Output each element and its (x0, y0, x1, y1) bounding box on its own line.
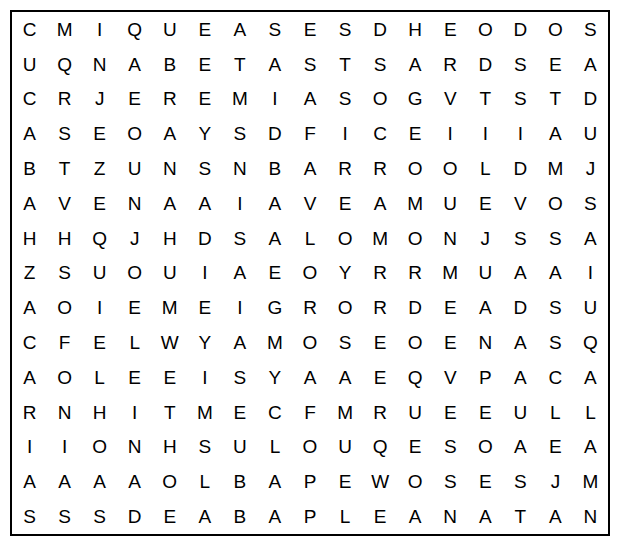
letter-cell-r15c17[interactable]: N (573, 499, 608, 534)
letter-cell-r11c17[interactable]: A (573, 360, 608, 395)
letter-cell-r15c2[interactable]: S (47, 499, 82, 534)
letter-cell-r10c12[interactable]: O (398, 325, 433, 360)
letter-cell-r12c10[interactable]: M (328, 395, 363, 430)
letter-cell-r11c16[interactable]: C (538, 360, 573, 395)
letter-cell-r1c13[interactable]: E (433, 12, 468, 47)
letter-cell-r3c1[interactable]: C (12, 82, 47, 117)
letter-cell-r9c6[interactable]: E (187, 290, 222, 325)
letter-cell-r2c17[interactable]: A (573, 47, 608, 82)
letter-cell-r5c2[interactable]: T (47, 151, 82, 186)
letter-cell-r15c13[interactable]: N (433, 499, 468, 534)
letter-cell-r8c9[interactable]: O (292, 256, 327, 291)
letter-cell-r7c12[interactable]: O (398, 221, 433, 256)
letter-cell-r8c6[interactable]: I (187, 256, 222, 291)
letter-cell-r11c2[interactable]: O (47, 360, 82, 395)
letter-cell-r5c5[interactable]: N (152, 151, 187, 186)
letter-cell-r14c16[interactable]: J (538, 464, 573, 499)
letter-cell-r10c4[interactable]: L (117, 325, 152, 360)
letter-cell-r11c15[interactable]: A (503, 360, 538, 395)
letter-cell-r9c2[interactable]: O (47, 290, 82, 325)
letter-cell-r11c13[interactable]: V (433, 360, 468, 395)
letter-cell-r8c5[interactable]: U (152, 256, 187, 291)
letter-cell-r1c2[interactable]: M (47, 12, 82, 47)
letter-cell-r4c8[interactable]: D (257, 116, 292, 151)
letter-cell-r2c12[interactable]: A (398, 47, 433, 82)
letter-cell-r11c7[interactable]: S (222, 360, 257, 395)
letter-cell-r12c9[interactable]: F (292, 395, 327, 430)
letter-cell-r13c1[interactable]: I (12, 430, 47, 465)
letter-cell-r7c2[interactable]: H (47, 221, 82, 256)
letter-cell-r4c17[interactable]: U (573, 116, 608, 151)
letter-cell-r12c17[interactable]: L (573, 395, 608, 430)
letter-cell-r7c1[interactable]: H (12, 221, 47, 256)
letter-cell-r4c7[interactable]: S (222, 116, 257, 151)
letter-cell-r14c8[interactable]: A (257, 464, 292, 499)
letter-cell-r8c10[interactable]: Y (328, 256, 363, 291)
letter-cell-r11c8[interactable]: Y (257, 360, 292, 395)
letter-cell-r4c10[interactable]: I (328, 116, 363, 151)
letter-cell-r2c15[interactable]: S (503, 47, 538, 82)
letter-cell-r10c6[interactable]: Y (187, 325, 222, 360)
letter-cell-r12c11[interactable]: R (363, 395, 398, 430)
letter-cell-r1c4[interactable]: Q (117, 12, 152, 47)
letter-cell-r8c2[interactable]: S (47, 256, 82, 291)
letter-cell-r6c13[interactable]: U (433, 186, 468, 221)
letter-cell-r12c6[interactable]: M (187, 395, 222, 430)
letter-cell-r5c6[interactable]: S (187, 151, 222, 186)
letter-cell-r10c8[interactable]: M (257, 325, 292, 360)
letter-cell-r12c5[interactable]: T (152, 395, 187, 430)
letter-cell-r13c6[interactable]: S (187, 430, 222, 465)
letter-cell-r14c10[interactable]: E (328, 464, 363, 499)
letter-cell-r9c9[interactable]: R (292, 290, 327, 325)
letter-cell-r10c1[interactable]: C (12, 325, 47, 360)
letter-cell-r3c9[interactable]: A (292, 82, 327, 117)
letter-cell-r5c15[interactable]: D (503, 151, 538, 186)
letter-cell-r13c4[interactable]: N (117, 430, 152, 465)
letter-cell-r9c12[interactable]: D (398, 290, 433, 325)
letter-cell-r15c6[interactable]: A (187, 499, 222, 534)
letter-cell-r1c14[interactable]: O (468, 12, 503, 47)
letter-cell-r3c16[interactable]: T (538, 82, 573, 117)
letter-cell-r1c9[interactable]: E (292, 12, 327, 47)
letter-cell-r5c14[interactable]: L (468, 151, 503, 186)
letter-cell-r7c14[interactable]: J (468, 221, 503, 256)
letter-cell-r11c1[interactable]: A (12, 360, 47, 395)
word-search-board: CMIQUEASESDHEODOSUQNABETASTSARDSEACRJERE… (10, 10, 610, 536)
letter-cell-r6c12[interactable]: M (398, 186, 433, 221)
letter-cell-r8c4[interactable]: O (117, 256, 152, 291)
letter-cell-r12c15[interactable]: U (503, 395, 538, 430)
letter-cell-r14c14[interactable]: E (468, 464, 503, 499)
letter-cell-r1c16[interactable]: O (538, 12, 573, 47)
letter-cell-r12c7[interactable]: E (222, 395, 257, 430)
letter-cell-r2c11[interactable]: S (363, 47, 398, 82)
letter-cell-r1c10[interactable]: S (328, 12, 363, 47)
letter-cell-r6c11[interactable]: A (363, 186, 398, 221)
letter-cell-r1c7[interactable]: A (222, 12, 257, 47)
letter-cell-r9c8[interactable]: G (257, 290, 292, 325)
letter-cell-r15c14[interactable]: A (468, 499, 503, 534)
letter-cell-r5c17[interactable]: J (573, 151, 608, 186)
letter-cell-r11c12[interactable]: Q (398, 360, 433, 395)
letter-cell-r10c13[interactable]: E (433, 325, 468, 360)
letter-cell-r14c1[interactable]: A (12, 464, 47, 499)
letter-cell-r15c4[interactable]: D (117, 499, 152, 534)
letter-cell-r12c14[interactable]: E (468, 395, 503, 430)
letter-cell-r5c10[interactable]: R (328, 151, 363, 186)
letter-cell-r6c5[interactable]: A (152, 186, 187, 221)
letter-cell-r7c5[interactable]: H (152, 221, 187, 256)
letter-cell-r12c3[interactable]: H (82, 395, 117, 430)
letter-cell-r11c11[interactable]: E (363, 360, 398, 395)
letter-cell-r2c3[interactable]: N (82, 47, 117, 82)
letter-cell-r2c2[interactable]: Q (47, 47, 82, 82)
letter-cell-r3c2[interactable]: R (47, 82, 82, 117)
letter-cell-r14c13[interactable]: S (433, 464, 468, 499)
letter-cell-r8c13[interactable]: M (433, 256, 468, 291)
letter-cell-r11c9[interactable]: A (292, 360, 327, 395)
letter-cell-r11c4[interactable]: E (117, 360, 152, 395)
letter-cell-r4c5[interactable]: A (152, 116, 187, 151)
letter-cell-r9c15[interactable]: D (503, 290, 538, 325)
letter-cell-r9c11[interactable]: R (363, 290, 398, 325)
letter-cell-r12c2[interactable]: N (47, 395, 82, 430)
letter-cell-r7c8[interactable]: A (257, 221, 292, 256)
word-search-page: CMIQUEASESDHEODOSUQNABETASTSARDSEACRJERE… (0, 0, 620, 546)
letter-cell-r9c7[interactable]: I (222, 290, 257, 325)
letter-cell-r10c15[interactable]: A (503, 325, 538, 360)
letter-cell-r1c15[interactable]: D (503, 12, 538, 47)
letter-cell-r14c17[interactable]: M (573, 464, 608, 499)
letter-cell-r1c17[interactable]: S (573, 12, 608, 47)
letter-cell-r13c3[interactable]: O (82, 430, 117, 465)
letter-cell-r14c3[interactable]: A (82, 464, 117, 499)
letter-cell-r1c8[interactable]: S (257, 12, 292, 47)
letter-cell-r9c10[interactable]: O (328, 290, 363, 325)
letter-cell-r3c3[interactable]: J (82, 82, 117, 117)
letter-cell-r2c10[interactable]: T (328, 47, 363, 82)
letter-cell-r10c10[interactable]: S (328, 325, 363, 360)
letter-cell-r2c1[interactable]: U (12, 47, 47, 82)
letter-cell-r10c5[interactable]: W (152, 325, 187, 360)
letter-cell-r14c6[interactable]: L (187, 464, 222, 499)
letter-cell-r5c16[interactable]: M (538, 151, 573, 186)
letter-cell-r6c15[interactable]: V (503, 186, 538, 221)
letter-cell-r8c14[interactable]: U (468, 256, 503, 291)
letter-cell-r7c13[interactable]: N (433, 221, 468, 256)
letter-cell-r7c4[interactable]: J (117, 221, 152, 256)
letter-cell-r8c3[interactable]: U (82, 256, 117, 291)
letter-cell-r6c7[interactable]: I (222, 186, 257, 221)
letter-cell-r4c12[interactable]: E (398, 116, 433, 151)
letter-cell-r5c4[interactable]: U (117, 151, 152, 186)
letter-cell-r7c9[interactable]: L (292, 221, 327, 256)
letter-cell-r8c12[interactable]: R (398, 256, 433, 291)
letter-cell-r6c4[interactable]: N (117, 186, 152, 221)
letter-cell-r13c5[interactable]: H (152, 430, 187, 465)
letter-cell-r14c5[interactable]: O (152, 464, 187, 499)
letter-cell-r2c4[interactable]: A (117, 47, 152, 82)
letter-cell-r10c2[interactable]: F (47, 325, 82, 360)
letter-cell-r4c13[interactable]: I (433, 116, 468, 151)
letter-cell-r8c7[interactable]: A (222, 256, 257, 291)
letter-cell-r4c2[interactable]: S (47, 116, 82, 151)
letter-cell-r4c11[interactable]: C (363, 116, 398, 151)
letter-cell-r13c15[interactable]: A (503, 430, 538, 465)
letter-cell-r3c14[interactable]: T (468, 82, 503, 117)
letter-cell-r2c13[interactable]: R (433, 47, 468, 82)
letter-cell-r9c4[interactable]: E (117, 290, 152, 325)
letter-cell-r11c10[interactable]: A (328, 360, 363, 395)
letter-cell-r2c9[interactable]: S (292, 47, 327, 82)
letter-cell-r6c16[interactable]: O (538, 186, 573, 221)
letter-cell-r12c16[interactable]: L (538, 395, 573, 430)
letter-cell-r15c12[interactable]: A (398, 499, 433, 534)
letter-cell-r14c12[interactable]: O (398, 464, 433, 499)
letter-cell-r1c5[interactable]: U (152, 12, 187, 47)
letter-cell-r5c12[interactable]: O (398, 151, 433, 186)
letter-cell-r15c7[interactable]: B (222, 499, 257, 534)
letter-cell-r4c9[interactable]: F (292, 116, 327, 151)
letter-cell-r3c6[interactable]: E (187, 82, 222, 117)
letter-cell-r7c15[interactable]: S (503, 221, 538, 256)
letter-cell-r9c3[interactable]: I (82, 290, 117, 325)
letter-cell-r11c14[interactable]: P (468, 360, 503, 395)
letter-cell-r10c3[interactable]: E (82, 325, 117, 360)
letter-cell-r14c4[interactable]: A (117, 464, 152, 499)
letter-cell-r4c16[interactable]: A (538, 116, 573, 151)
letter-cell-r6c1[interactable]: A (12, 186, 47, 221)
letter-cell-r3c11[interactable]: O (363, 82, 398, 117)
letter-cell-r1c1[interactable]: C (12, 12, 47, 47)
letter-cell-r13c9[interactable]: O (292, 430, 327, 465)
letter-cell-r6c2[interactable]: V (47, 186, 82, 221)
letter-cell-r7c10[interactable]: O (328, 221, 363, 256)
letter-cell-r10c14[interactable]: N (468, 325, 503, 360)
letter-cell-r8c15[interactable]: A (503, 256, 538, 291)
letter-cell-r15c10[interactable]: L (328, 499, 363, 534)
letter-cell-r6c8[interactable]: A (257, 186, 292, 221)
letter-cell-r15c9[interactable]: P (292, 499, 327, 534)
letter-cell-r11c5[interactable]: E (152, 360, 187, 395)
letter-cell-r6c14[interactable]: E (468, 186, 503, 221)
letter-cell-r3c7[interactable]: M (222, 82, 257, 117)
letter-cell-r4c15[interactable]: I (503, 116, 538, 151)
letter-cell-r1c12[interactable]: H (398, 12, 433, 47)
letter-cell-r3c8[interactable]: I (257, 82, 292, 117)
letter-cell-r10c17[interactable]: Q (573, 325, 608, 360)
letter-cell-r5c3[interactable]: Z (82, 151, 117, 186)
letter-cell-r7c3[interactable]: Q (82, 221, 117, 256)
letter-cell-r15c15[interactable]: T (503, 499, 538, 534)
letter-cell-r9c14[interactable]: A (468, 290, 503, 325)
letter-cell-r5c11[interactable]: R (363, 151, 398, 186)
letter-cell-r15c3[interactable]: S (82, 499, 117, 534)
letter-cell-r13c8[interactable]: L (257, 430, 292, 465)
letter-cell-r13c2[interactable]: I (47, 430, 82, 465)
letter-cell-r2c6[interactable]: E (187, 47, 222, 82)
letter-cell-r13c12[interactable]: E (398, 430, 433, 465)
letter-cell-r3c5[interactable]: R (152, 82, 187, 117)
letter-cell-r8c8[interactable]: E (257, 256, 292, 291)
letter-cell-r13c11[interactable]: Q (363, 430, 398, 465)
letter-cell-r14c2[interactable]: A (47, 464, 82, 499)
letter-cell-r11c6[interactable]: I (187, 360, 222, 395)
letter-cell-r9c17[interactable]: U (573, 290, 608, 325)
letter-cell-r13c17[interactable]: A (573, 430, 608, 465)
letter-cell-r10c11[interactable]: E (363, 325, 398, 360)
letter-cell-r5c9[interactable]: A (292, 151, 327, 186)
letter-cell-r12c4[interactable]: I (117, 395, 152, 430)
letter-cell-r8c11[interactable]: R (363, 256, 398, 291)
letter-cell-r6c10[interactable]: E (328, 186, 363, 221)
letter-cell-r4c3[interactable]: E (82, 116, 117, 151)
letter-cell-r13c14[interactable]: O (468, 430, 503, 465)
letter-cell-r2c7[interactable]: T (222, 47, 257, 82)
letter-cell-r14c11[interactable]: W (363, 464, 398, 499)
letter-cell-r5c13[interactable]: O (433, 151, 468, 186)
letter-cell-r13c10[interactable]: U (328, 430, 363, 465)
letter-cell-r13c13[interactable]: S (433, 430, 468, 465)
letter-cell-r14c15[interactable]: S (503, 464, 538, 499)
letter-cell-r14c9[interactable]: P (292, 464, 327, 499)
letter-cell-r3c10[interactable]: S (328, 82, 363, 117)
letter-cell-r6c9[interactable]: V (292, 186, 327, 221)
letter-cell-r15c8[interactable]: A (257, 499, 292, 534)
letter-cell-r8c16[interactable]: A (538, 256, 573, 291)
letter-cell-r6c3[interactable]: E (82, 186, 117, 221)
letter-cell-r11c3[interactable]: L (82, 360, 117, 395)
letter-cell-r15c11[interactable]: E (363, 499, 398, 534)
letter-cell-r1c11[interactable]: D (363, 12, 398, 47)
letter-cell-r6c17[interactable]: S (573, 186, 608, 221)
letter-cell-r3c17[interactable]: D (573, 82, 608, 117)
letter-cell-r5c8[interactable]: B (257, 151, 292, 186)
letter-cell-r4c4[interactable]: O (117, 116, 152, 151)
letter-cell-r1c6[interactable]: E (187, 12, 222, 47)
letter-cell-r4c1[interactable]: A (12, 116, 47, 151)
letter-cell-r5c7[interactable]: N (222, 151, 257, 186)
letter-cell-r10c16[interactable]: S (538, 325, 573, 360)
letter-cell-r15c5[interactable]: E (152, 499, 187, 534)
letter-cell-r4c14[interactable]: I (468, 116, 503, 151)
letter-cell-r10c7[interactable]: A (222, 325, 257, 360)
letter-cell-r9c1[interactable]: A (12, 290, 47, 325)
letter-cell-r13c7[interactable]: U (222, 430, 257, 465)
letter-cell-r2c14[interactable]: D (468, 47, 503, 82)
letter-cell-r3c13[interactable]: V (433, 82, 468, 117)
letter-cell-r9c5[interactable]: M (152, 290, 187, 325)
letter-cell-r12c12[interactable]: U (398, 395, 433, 430)
letter-cell-r7c7[interactable]: S (222, 221, 257, 256)
letter-cell-r7c6[interactable]: D (187, 221, 222, 256)
letter-cell-r3c12[interactable]: G (398, 82, 433, 117)
letter-cell-r7c16[interactable]: S (538, 221, 573, 256)
letter-cell-r8c1[interactable]: Z (12, 256, 47, 291)
letter-cell-r5c1[interactable]: B (12, 151, 47, 186)
letter-cell-r12c13[interactable]: E (433, 395, 468, 430)
letter-cell-r9c16[interactable]: S (538, 290, 573, 325)
letter-cell-r1c3[interactable]: I (82, 12, 117, 47)
letter-cell-r7c17[interactable]: A (573, 221, 608, 256)
letter-cell-r10c9[interactable]: O (292, 325, 327, 360)
letter-cell-r14c7[interactable]: B (222, 464, 257, 499)
letter-cell-r15c16[interactable]: A (538, 499, 573, 534)
letter-cell-r4c6[interactable]: Y (187, 116, 222, 151)
letter-cell-r6c6[interactable]: A (187, 186, 222, 221)
letter-cell-r3c15[interactable]: S (503, 82, 538, 117)
letter-cell-r13c16[interactable]: E (538, 430, 573, 465)
letter-cell-r2c5[interactable]: B (152, 47, 187, 82)
letter-cell-r7c11[interactable]: M (363, 221, 398, 256)
letter-cell-r3c4[interactable]: E (117, 82, 152, 117)
letter-cell-r9c13[interactable]: E (433, 290, 468, 325)
letter-cell-r15c1[interactable]: S (12, 499, 47, 534)
letter-cell-r2c16[interactable]: E (538, 47, 573, 82)
letter-cell-r8c17[interactable]: I (573, 256, 608, 291)
letter-cell-r12c1[interactable]: R (12, 395, 47, 430)
letter-cell-r12c8[interactable]: C (257, 395, 292, 430)
letter-cell-r2c8[interactable]: A (257, 47, 292, 82)
